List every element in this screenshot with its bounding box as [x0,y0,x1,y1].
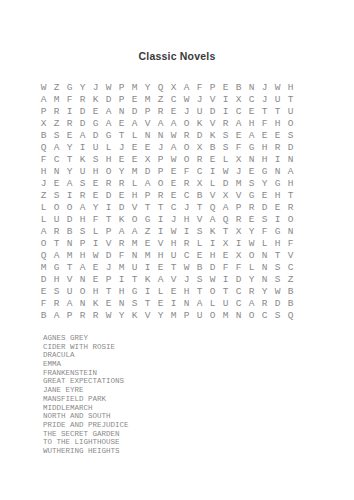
grid-cell-r6c11: A [167,142,180,154]
grid-cell-r8c13: C [193,166,206,178]
grid-cell-r4c18: F [258,118,271,130]
grid-cell-r18c8: G [128,286,141,298]
grid-cell-r18c16: C [232,286,245,298]
grid-cell-r6c3: Y [63,142,76,154]
grid-cell-r17c15: I [219,274,232,286]
grid-cell-r13c15: T [219,226,232,238]
grid-cell-r11c3: O [63,202,76,214]
grid-cell-r1c6: W [102,82,115,94]
grid-cell-r17c5: E [89,274,102,286]
grid-cell-r14c2: T [50,238,63,250]
grid-cell-r16c13: B [193,262,206,274]
grid-cell-r14c5: I [89,238,102,250]
grid-cell-r9c7: R [115,178,128,190]
grid-cell-r1c20: H [284,82,297,94]
grid-cell-r12c19: I [271,214,284,226]
word-list-item: FRANKENSTEIN [43,369,129,378]
grid-cell-r20c3: P [63,310,76,322]
grid-cell-r15c7: F [115,250,128,262]
grid-cell-r4c17: H [245,118,258,130]
grid-cell-r15c3: M [63,250,76,262]
grid-cell-r18c15: T [219,286,232,298]
grid-cell-r6c8: E [128,142,141,154]
grid-cell-r8c7: Y [115,166,128,178]
grid-cell-r9c20: H [284,178,297,190]
word-list-item: NORTH AND SOUTH [43,412,129,421]
grid-cell-r16c11: T [167,262,180,274]
grid-cell-r5c16: E [232,130,245,142]
grid-cell-r12c6: T [102,214,115,226]
grid-cell-r13c17: Y [245,226,258,238]
grid-cell-r17c19: S [271,274,284,286]
grid-cell-r9c4: S [76,178,89,190]
grid-cell-r12c2: U [50,214,63,226]
grid-cell-r2c17: C [245,94,258,106]
grid-cell-r9c1: J [37,178,50,190]
grid-cell-r7c19: I [271,154,284,166]
grid-cell-r8c16: J [232,166,245,178]
grid-cell-r1c14: P [206,82,219,94]
grid-cell-r14c17: W [245,238,258,250]
grid-cell-r7c8: E [128,154,141,166]
grid-cell-r8c14: I [206,166,219,178]
grid-cell-r3c12: J [180,106,193,118]
grid-cell-r16c1: M [37,262,50,274]
grid-cell-r8c20: A [284,166,297,178]
grid-cell-r1c1: W [37,82,50,94]
grid-cell-r18c9: I [141,286,154,298]
grid-cell-r12c8: O [128,214,141,226]
grid-cell-r1c3: G [63,82,76,94]
grid-cell-r10c9: P [141,190,154,202]
grid-cell-r2c1: A [37,94,50,106]
grid-cell-r16c12: W [180,262,193,274]
grid-cell-r1c19: W [271,82,284,94]
grid-cell-r17c17: Y [245,274,258,286]
grid-cell-r7c13: R [193,154,206,166]
grid-cell-r20c6: W [102,310,115,322]
grid-cell-r17c10: A [154,274,167,286]
grid-cell-r5c10: N [154,130,167,142]
grid-cell-r19c13: A [193,298,206,310]
grid-cell-r7c2: C [50,154,63,166]
grid-cell-r3c19: T [271,106,284,118]
grid-cell-r13c12: I [180,226,193,238]
grid-cell-r3c10: R [154,106,167,118]
grid-cell-r16c8: U [128,262,141,274]
grid-cell-r19c7: N [115,298,128,310]
grid-cell-r5c5: D [89,130,102,142]
grid-cell-r2c4: R [76,94,89,106]
grid-cell-r15c14: H [206,250,219,262]
grid-cell-r14c20: F [284,238,297,250]
grid-cell-r4c6: A [102,118,115,130]
grid-cell-r13c11: W [167,226,180,238]
grid-cell-r18c14: O [206,286,219,298]
grid-cell-r11c18: D [258,202,271,214]
grid-cell-r12c5: F [89,214,102,226]
grid-cell-r17c16: D [232,274,245,286]
grid-cell-r5c12: R [180,130,193,142]
grid-cell-r9c6: R [102,178,115,190]
grid-cell-r4c15: R [219,118,232,130]
grid-cell-r17c18: N [258,274,271,286]
grid-cell-r12c20: O [284,214,297,226]
grid-cell-r8c15: W [219,166,232,178]
grid-cell-r2c12: W [180,94,193,106]
grid-cell-r14c13: L [193,238,206,250]
grid-cell-r9c5: E [89,178,102,190]
grid-cell-r2c6: D [102,94,115,106]
grid-cell-r7c17: N [245,154,258,166]
grid-cell-r20c20: Q [284,310,297,322]
grid-cell-r13c16: X [232,226,245,238]
grid-cell-r2c14: V [206,94,219,106]
grid-cell-r14c15: X [219,238,232,250]
grid-cell-r8c6: O [102,166,115,178]
grid-cell-r18c4: O [76,286,89,298]
grid-cell-r19c17: A [245,298,258,310]
grid-cell-r2c8: E [128,94,141,106]
grid-cell-r3c3: I [63,106,76,118]
grid-cell-r17c8: T [128,274,141,286]
grid-cell-r17c12: J [180,274,193,286]
grid-cell-r17c3: V [63,274,76,286]
grid-cell-r18c18: Y [258,286,271,298]
grid-cell-r4c10: A [154,118,167,130]
grid-cell-r19c10: E [154,298,167,310]
grid-cell-r14c18: L [258,238,271,250]
grid-cell-r5c15: S [219,130,232,142]
grid-cell-r4c9: V [141,118,154,130]
grid-cell-r13c14: K [206,226,219,238]
grid-cell-r3c16: C [232,106,245,118]
grid-cell-r12c18: S [258,214,271,226]
word-list-item: DRACULA [43,351,129,360]
grid-cell-r19c6: E [102,298,115,310]
grid-cell-r10c11: E [167,190,180,202]
word-list-item: CIDER WITH ROSIE [43,343,129,352]
grid-cell-r12c12: H [180,214,193,226]
grid-cell-r15c15: E [219,250,232,262]
grid-cell-r13c7: A [115,226,128,238]
grid-cell-r15c10: H [154,250,167,262]
grid-cell-r5c19: E [271,130,284,142]
grid-cell-r9c11: E [167,178,180,190]
grid-cell-r18c17: R [245,286,258,298]
grid-cell-r6c5: U [89,142,102,154]
grid-cell-r7c11: W [167,154,180,166]
grid-cell-r18c19: W [271,286,284,298]
grid-cell-r2c3: F [63,94,76,106]
grid-cell-r18c12: H [180,286,193,298]
grid-cell-r10c13: B [193,190,206,202]
grid-cell-r11c12: J [180,202,193,214]
grid-cell-r5c14: K [206,130,219,142]
grid-cell-r5c11: W [167,130,180,142]
grid-cell-r13c20: N [284,226,297,238]
grid-cell-r1c5: J [89,82,102,94]
grid-cell-r9c2: E [50,178,63,190]
grid-cell-r11c16: P [232,202,245,214]
grid-cell-r13c13: S [193,226,206,238]
grid-cell-r12c3: D [63,214,76,226]
grid-cell-r12c10: I [154,214,167,226]
word-list-item: THE SECRET GARDEN [43,430,129,439]
grid-cell-r20c2: A [50,310,63,322]
grid-cell-r20c16: N [232,310,245,322]
grid-cell-r11c13: T [193,202,206,214]
grid-cell-r10c7: E [115,190,128,202]
grid-cell-r12c11: J [167,214,180,226]
grid-cell-r17c14: W [206,274,219,286]
grid-cell-r14c12: R [180,238,193,250]
grid-cell-r13c4: S [76,226,89,238]
grid-cell-r16c6: J [102,262,115,274]
worksheet-page: Classic Novels WZGYJWPMYQXAFPEBNJWHAMFRK… [0,0,354,500]
grid-cell-r19c1: F [37,298,50,310]
grid-cell-r10c20: T [284,190,297,202]
grid-cell-r3c7: N [115,106,128,118]
grid-cell-r8c18: G [258,166,271,178]
grid-cell-r11c4: A [76,202,89,214]
grid-cell-r2c10: Z [154,94,167,106]
grid-cell-r20c19: S [271,310,284,322]
grid-cell-r9c8: L [128,178,141,190]
grid-cell-r19c11: I [167,298,180,310]
grid-cell-r6c1: Q [37,142,50,154]
grid-cell-r18c3: U [63,286,76,298]
grid-cell-r10c3: I [63,190,76,202]
grid-cell-r20c5: R [89,310,102,322]
grid-cell-r1c11: X [167,82,180,94]
grid-cell-r2c20: T [284,94,297,106]
grid-cell-r5c7: T [115,130,128,142]
grid-cell-r15c11: U [167,250,180,262]
word-list-item: EMMA [43,360,129,369]
grid-cell-r19c5: K [89,298,102,310]
grid-cell-r11c11: C [167,202,180,214]
grid-cell-r4c16: A [232,118,245,130]
grid-cell-r13c10: I [154,226,167,238]
grid-cell-r14c7: R [115,238,128,250]
grid-cell-r7c6: H [102,154,115,166]
grid-cell-r8c1: H [37,166,50,178]
grid-cell-r2c7: P [115,94,128,106]
grid-cell-r5c1: B [37,130,50,142]
grid-cell-r17c6: P [102,274,115,286]
grid-cell-r12c16: R [232,214,245,226]
grid-cell-r11c20: R [284,202,297,214]
grid-cell-r17c7: I [115,274,128,286]
grid-cell-r1c10: Q [154,82,167,94]
grid-cell-r6c10: J [154,142,167,154]
grid-cell-r15c1: Q [37,250,50,262]
grid-cell-r13c5: L [89,226,102,238]
grid-cell-r6c2: A [50,142,63,154]
grid-cell-r10c2: S [50,190,63,202]
grid-cell-r5c2: S [50,130,63,142]
grid-cell-r20c7: Y [115,310,128,322]
grid-cell-r4c7: E [115,118,128,130]
grid-cell-r16c2: G [50,262,63,274]
grid-cell-r19c8: S [128,298,141,310]
puzzle-title: Classic Novels [0,50,354,62]
grid-cell-r10c10: R [154,190,167,202]
grid-cell-r6c18: H [258,142,271,154]
grid-cell-r7c5: S [89,154,102,166]
grid-cell-r14c1: O [37,238,50,250]
grid-cell-r10c8: H [128,190,141,202]
grid-cell-r20c1: B [37,310,50,322]
grid-cell-r7c14: E [206,154,219,166]
grid-cell-r3c18: T [258,106,271,118]
grid-cell-r13c8: A [128,226,141,238]
grid-cell-r10c18: E [258,190,271,202]
grid-cell-r6c19: R [271,142,284,154]
grid-cell-r20c8: K [128,310,141,322]
grid-cell-r4c3: R [63,118,76,130]
grid-cell-r15c4: H [76,250,89,262]
grid-cell-r9c19: G [271,178,284,190]
grid-cell-r4c8: A [128,118,141,130]
grid-cell-r3c2: R [50,106,63,118]
grid-cell-r1c15: E [219,82,232,94]
grid-cell-r4c11: A [167,118,180,130]
grid-cell-r12c4: H [76,214,89,226]
grid-cell-r14c14: I [206,238,219,250]
grid-cell-r1c4: Y [76,82,89,94]
grid-cell-r3c14: D [206,106,219,118]
grid-cell-r20c13: U [193,310,206,322]
grid-cell-r10c16: V [232,190,245,202]
grid-cell-r19c2: R [50,298,63,310]
grid-cell-r18c10: L [154,286,167,298]
grid-cell-r17c2: H [50,274,63,286]
grid-cell-r11c19: E [271,202,284,214]
word-list-item: GREAT EXPECTATIONS [43,377,129,386]
grid-cell-r20c17: O [245,310,258,322]
grid-cell-r13c3: B [63,226,76,238]
grid-cell-r10c14: V [206,190,219,202]
grid-cell-r11c2: O [50,202,63,214]
grid-cell-r16c16: F [232,262,245,274]
grid-cell-r8c19: N [271,166,284,178]
grid-cell-r8c5: H [89,166,102,178]
grid-cell-r13c1: A [37,226,50,238]
grid-cell-r16c15: F [219,262,232,274]
grid-cell-r5c4: A [76,130,89,142]
grid-cell-r18c1: E [37,286,50,298]
grid-cell-r4c20: O [284,118,297,130]
grid-cell-r18c11: E [167,286,180,298]
grid-cell-r3c1: P [37,106,50,118]
grid-cell-r14c6: V [102,238,115,250]
grid-cell-r12c7: K [115,214,128,226]
grid-cell-r15c18: N [258,250,271,262]
grid-cell-r20c15: M [219,310,232,322]
grid-cell-r12c1: L [37,214,50,226]
grid-cell-r8c3: Y [63,166,76,178]
grid-cell-r5c3: E [63,130,76,142]
grid-cell-r20c12: P [180,310,193,322]
grid-cell-r19c19: D [271,298,284,310]
grid-cell-r5c17: A [245,130,258,142]
grid-cell-r6c16: F [232,142,245,154]
grid-cell-r3c9: P [141,106,154,118]
grid-cell-r16c20: C [284,262,297,274]
grid-cell-r4c1: X [37,118,50,130]
grid-cell-r9c15: D [219,178,232,190]
grid-cell-r14c11: H [167,238,180,250]
grid-cell-r4c5: G [89,118,102,130]
grid-cell-r3c6: A [102,106,115,118]
grid-cell-r9c16: M [232,178,245,190]
word-list-item: MANSFIELD PARK [43,395,129,404]
grid-cell-r17c9: K [141,274,154,286]
grid-cell-r1c12: A [180,82,193,94]
grid-cell-r1c13: F [193,82,206,94]
grid-cell-r7c20: N [284,154,297,166]
grid-cell-r1c8: M [128,82,141,94]
grid-cell-r15c19: T [271,250,284,262]
grid-cell-r4c4: D [76,118,89,130]
grid-cell-r20c11: M [167,310,180,322]
grid-cell-r19c20: B [284,298,297,310]
grid-cell-r1c9: Y [141,82,154,94]
grid-cell-r11c14: Q [206,202,219,214]
grid-cell-r20c9: V [141,310,154,322]
grid-cell-r3c4: D [76,106,89,118]
word-list-item: TO THE LIGHTHOUSE [43,438,129,447]
grid-cell-r8c17: E [245,166,258,178]
grid-cell-r16c3: T [63,262,76,274]
grid-cell-r7c3: T [63,154,76,166]
word-search-grid: WZGYJWPMYQXAFPEBNJWHAMFRKDPEMZCWJVIXCJUT… [37,82,297,322]
grid-cell-r14c3: N [63,238,76,250]
grid-cell-r5c9: N [141,130,154,142]
word-list-item: AGNES GREY [43,334,129,343]
grid-cell-r5c6: G [102,130,115,142]
grid-cell-r10c15: X [219,190,232,202]
grid-cell-r20c10: Y [154,310,167,322]
grid-cell-r13c19: G [271,226,284,238]
grid-cell-r4c13: K [193,118,206,130]
grid-cell-r6c17: G [245,142,258,154]
grid-cell-r8c8: M [128,166,141,178]
grid-cell-r8c10: P [154,166,167,178]
grid-cell-r6c13: X [193,142,206,154]
grid-cell-r16c5: E [89,262,102,274]
grid-cell-r20c14: O [206,310,219,322]
grid-cell-r3c17: E [245,106,258,118]
grid-cell-r11c9: T [141,202,154,214]
grid-cell-r9c12: R [180,178,193,190]
grid-cell-r6c7: J [115,142,128,154]
grid-cell-r3c20: U [284,106,297,118]
grid-cell-r9c13: X [193,178,206,190]
grid-cell-r14c16: I [232,238,245,250]
grid-cell-r4c14: V [206,118,219,130]
grid-cell-r12c9: G [141,214,154,226]
grid-cell-r18c2: S [50,286,63,298]
grid-cell-r6c6: L [102,142,115,154]
grid-cell-r10c17: G [245,190,258,202]
grid-cell-r1c2: Z [50,82,63,94]
grid-cell-r16c14: D [206,262,219,274]
word-list-item: JANE EYRE [43,386,129,395]
grid-cell-r15c6: D [102,250,115,262]
